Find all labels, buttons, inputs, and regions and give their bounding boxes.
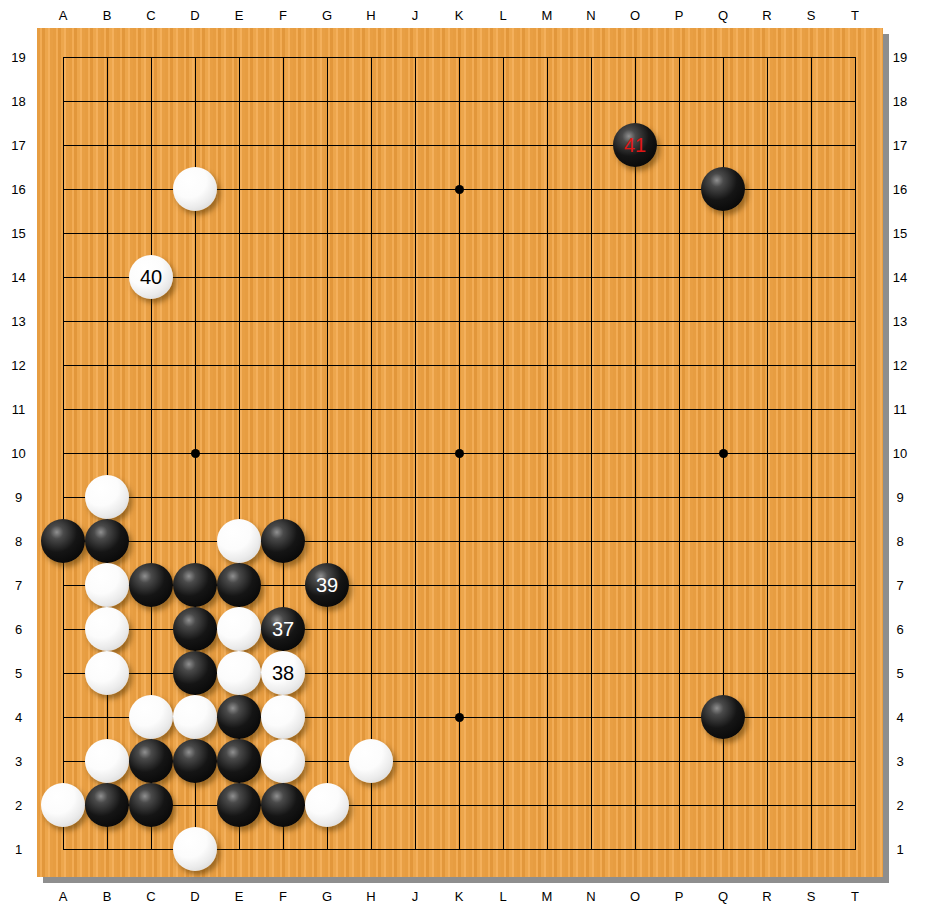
stone-black-A8 [41,519,85,563]
column-labels-top: ABCDEFGHJKLMNOPQRST [41,8,877,24]
coord-label-S: S [789,8,833,24]
coord-label-Q: Q [701,8,745,24]
coord-label-O: O [613,8,657,24]
coord-label-N: N [569,8,613,24]
stone-black-D5 [173,651,217,695]
coord-label-1: 1 [886,827,914,871]
stone-white-H3 [349,739,393,783]
coord-label-14: 14 [886,255,914,299]
coord-label-P: P [657,889,701,905]
coord-label-4: 4 [886,695,914,739]
stone-black-E2 [217,783,261,827]
coord-label-19: 19 [5,35,32,79]
coord-label-6: 6 [5,607,32,651]
stone-white-E6 [217,607,261,651]
stone-white-A2 [41,783,85,827]
coord-label-L: L [481,8,525,24]
coord-label-R: R [745,8,789,24]
stone-black-F6-move-37: 37 [261,607,305,651]
star-point-K10 [455,449,464,458]
coord-label-D: D [173,889,217,905]
coord-label-7: 7 [886,563,914,607]
column-labels-bottom: ABCDEFGHJKLMNOPQRST [41,889,877,905]
coord-label-19: 19 [886,35,914,79]
stone-white-D1 [173,827,217,871]
stone-white-C14-move-40: 40 [129,255,173,299]
stone-black-C3 [129,739,173,783]
stone-black-E3 [217,739,261,783]
stone-white-B5 [85,651,129,695]
coord-label-E: E [217,8,261,24]
coord-label-E: E [217,889,261,905]
stone-white-D16 [173,167,217,211]
stone-white-E8 [217,519,261,563]
stone-black-D7 [173,563,217,607]
coord-label-5: 5 [886,651,914,695]
stone-white-D4 [173,695,217,739]
star-point-D10 [191,449,200,458]
stone-white-B7 [85,563,129,607]
coord-label-K: K [437,889,481,905]
stone-black-E4 [217,695,261,739]
coord-label-L: L [481,889,525,905]
star-point-Q10 [719,449,728,458]
coord-label-J: J [393,889,437,905]
stone-black-B2 [85,783,129,827]
coord-label-13: 13 [886,299,914,343]
stone-black-B8 [85,519,129,563]
row-labels-right: 19181716151413121110987654321 [886,35,914,871]
coord-label-15: 15 [5,211,32,255]
coord-label-10: 10 [886,431,914,475]
stone-black-G7-move-39: 39 [305,563,349,607]
coord-label-B: B [85,889,129,905]
stone-black-F8 [261,519,305,563]
stone-white-B3 [85,739,129,783]
stone-black-C2 [129,783,173,827]
coord-label-H: H [349,8,393,24]
coord-label-C: C [129,889,173,905]
coord-label-3: 3 [5,739,32,783]
coord-label-C: C [129,8,173,24]
stone-white-C4 [129,695,173,739]
stone-white-E5 [217,651,261,695]
coord-label-F: F [261,889,305,905]
stone-white-F3 [261,739,305,783]
coord-label-4: 4 [5,695,32,739]
coord-label-1: 1 [5,827,32,871]
stone-black-D6 [173,607,217,651]
stone-black-F2 [261,783,305,827]
stone-black-O17-move-41: 41 [613,123,657,167]
coord-label-M: M [525,8,569,24]
coord-label-A: A [41,889,85,905]
stone-black-E7 [217,563,261,607]
coord-label-N: N [569,889,613,905]
coord-label-16: 16 [886,167,914,211]
coord-label-2: 2 [886,783,914,827]
coord-label-17: 17 [5,123,32,167]
coord-label-18: 18 [886,79,914,123]
stone-white-B6 [85,607,129,651]
coord-label-G: G [305,8,349,24]
coord-label-G: G [305,889,349,905]
row-labels-left: 19181716151413121110987654321 [5,35,32,871]
stone-black-C7 [129,563,173,607]
coord-label-12: 12 [886,343,914,387]
stone-white-F5-move-38: 38 [261,651,305,695]
coord-label-Q: Q [701,889,745,905]
coord-label-T: T [833,889,877,905]
star-point-K4 [455,713,464,722]
stone-black-D3 [173,739,217,783]
go-board[interactable]: 4140393738 [37,28,883,877]
coord-label-B: B [85,8,129,24]
coord-label-13: 13 [5,299,32,343]
coord-label-10: 10 [5,431,32,475]
coord-label-8: 8 [5,519,32,563]
coord-label-6: 6 [886,607,914,651]
coord-label-S: S [789,889,833,905]
coord-label-11: 11 [5,387,32,431]
coord-label-T: T [833,8,877,24]
coord-label-16: 16 [5,167,32,211]
coord-label-17: 17 [886,123,914,167]
go-app-page: ABCDEFGHJKLMNOPQRST ABCDEFGHJKLMNOPQRST … [0,0,925,907]
coord-label-3: 3 [886,739,914,783]
coord-label-R: R [745,889,789,905]
coord-label-M: M [525,889,569,905]
coord-label-18: 18 [5,79,32,123]
coord-label-14: 14 [5,255,32,299]
coord-label-11: 11 [886,387,914,431]
coord-label-H: H [349,889,393,905]
coord-label-15: 15 [886,211,914,255]
coord-label-K: K [437,8,481,24]
stone-white-B9 [85,475,129,519]
coord-label-F: F [261,8,305,24]
star-point-K16 [455,185,464,194]
coord-label-12: 12 [5,343,32,387]
coord-label-A: A [41,8,85,24]
coord-label-5: 5 [5,651,32,695]
coord-label-8: 8 [886,519,914,563]
coord-label-O: O [613,889,657,905]
stone-white-F4 [261,695,305,739]
stone-black-Q4 [701,695,745,739]
stone-white-G2 [305,783,349,827]
stone-black-Q16 [701,167,745,211]
coord-label-9: 9 [5,475,32,519]
coord-label-D: D [173,8,217,24]
coord-label-P: P [657,8,701,24]
coord-label-J: J [393,8,437,24]
coord-label-9: 9 [886,475,914,519]
coord-label-2: 2 [5,783,32,827]
coord-label-7: 7 [5,563,32,607]
